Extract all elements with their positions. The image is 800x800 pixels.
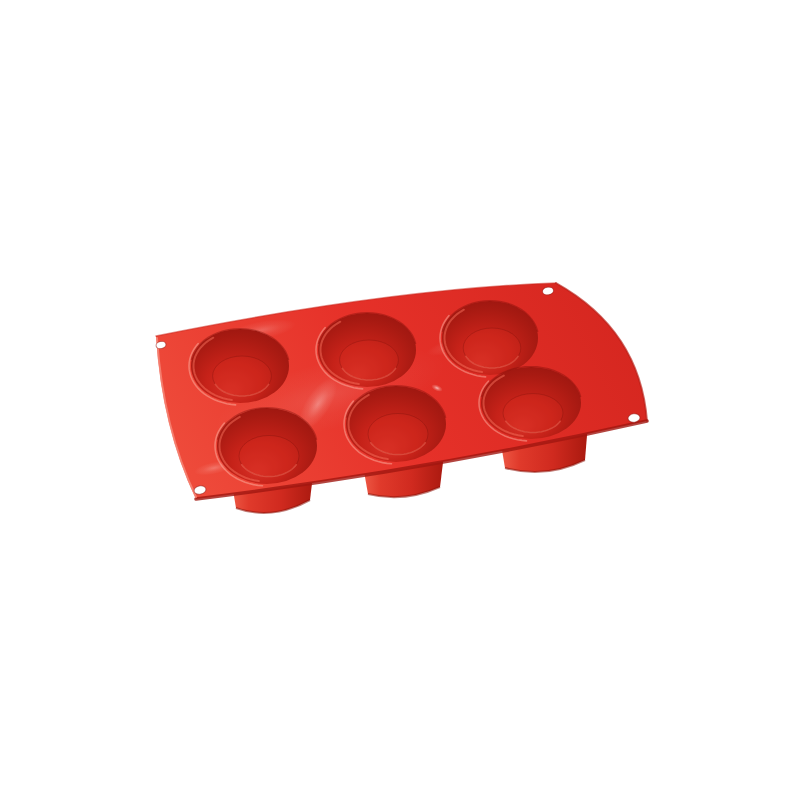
product-photo <box>0 0 800 800</box>
muffin-mold-illustration <box>0 0 800 800</box>
